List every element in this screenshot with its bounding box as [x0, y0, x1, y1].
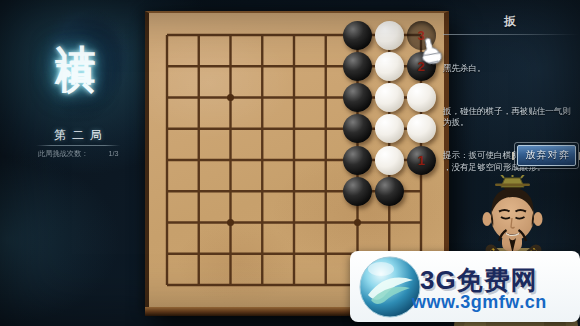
white-stone [375, 21, 404, 50]
watermark-site-url: www.3gmfw.cn [412, 292, 547, 313]
attempts-value: 1/3 [108, 149, 118, 159]
left-divider [36, 145, 120, 146]
give-up-button[interactable]: 放弃对弈 [517, 145, 576, 166]
attempts-label: 此局挑战次数： [38, 149, 88, 159]
black-stone [343, 177, 372, 206]
black-stone [343, 114, 372, 143]
watermark-banner: 3G免费网 www.3gmfw.cn [350, 251, 580, 322]
round-label: 第二局 [36, 127, 120, 144]
white-stone [375, 52, 404, 81]
black-stone [375, 177, 404, 206]
lesson-body: 黑先杀白。 扳，碰住的棋子，再被贴住一气则 为扳。 提示：扳可使白棋所围的地盘变… [443, 41, 579, 195]
attempts-counter: 此局挑战次数： 1/3 [38, 149, 118, 159]
white-stone [407, 114, 436, 143]
black-stone [343, 52, 372, 81]
white-stone [375, 146, 404, 175]
black-stone-move-1: 1 [407, 146, 436, 175]
puzzle-series-title: 诘棋 [56, 12, 96, 30]
white-stone [375, 114, 404, 143]
black-stone [343, 146, 372, 175]
lesson-divider [443, 34, 579, 35]
white-stone [407, 83, 436, 112]
black-stone [343, 83, 372, 112]
puzzle-objective: 黑先杀白。 [443, 63, 579, 74]
give-up-button-label: 放弃对弈 [523, 149, 569, 163]
game-screen: 诘棋 第二局 此局挑战次数： 1/3 213 扳 黑先杀白。 扳，碰住的棋子，再… [0, 0, 580, 326]
technique-definition: 扳，碰住的棋子，再被贴住一气则 为扳。 [443, 106, 579, 128]
move-number: 1 [417, 153, 424, 168]
white-stone [375, 83, 404, 112]
black-stone [343, 21, 372, 50]
technique-title: 扳 [443, 13, 579, 30]
